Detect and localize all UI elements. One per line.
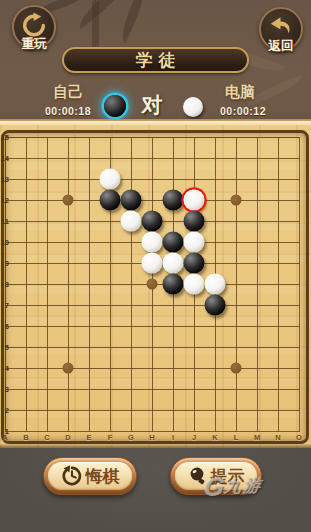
white-stone [100, 169, 121, 190]
star-point [63, 195, 74, 206]
level-title: 学徒 [130, 49, 182, 72]
watermark-glyph: G [202, 471, 227, 502]
undo-label: 悔棋 [86, 465, 120, 488]
back-icon [268, 14, 295, 41]
back-button[interactable]: 返回 [258, 6, 304, 52]
column-label: L [234, 433, 239, 442]
white-stone-last-move [184, 190, 205, 211]
undo-clock-icon [61, 465, 83, 487]
star-point [231, 195, 242, 206]
row-label: 1 [0, 427, 9, 436]
column-label: I [172, 433, 174, 442]
column-label: H [149, 433, 154, 442]
white-stone [142, 232, 163, 253]
row-label: 9 [0, 259, 9, 268]
column-label: C [44, 433, 49, 442]
column-label: F [108, 433, 113, 442]
row-label: 7 [0, 301, 9, 310]
undo-button-face: 悔棋 [48, 462, 132, 490]
row-label: 4 [0, 364, 9, 373]
replay-button[interactable]: 重玩 [11, 4, 57, 50]
gomoku-board[interactable]: ABCDEFGHIJKLMNO151413121110987654321 [0, 119, 311, 448]
white-stone [163, 253, 184, 274]
black-stone [163, 232, 184, 253]
footer: 悔棋 提示 [0, 448, 311, 532]
replay-icon [21, 12, 48, 39]
column-label: M [254, 433, 260, 442]
row-label: 15 [0, 133, 9, 142]
column-label: O [296, 433, 302, 442]
player-ai-timer: 00:00:12 [211, 105, 275, 117]
column-label: G [128, 433, 134, 442]
star-point [231, 363, 242, 374]
white-stone [184, 232, 205, 253]
level-banner: 学徒 [62, 47, 249, 73]
row-label: 6 [0, 322, 9, 331]
row-label: 12 [0, 196, 9, 205]
bamboo-leaf [114, 0, 153, 43]
player-self-timer: 00:00:18 [36, 105, 100, 117]
undo-button[interactable]: 悔棋 [43, 457, 137, 495]
row-label: 14 [0, 154, 9, 163]
board-stones-layer: ABCDEFGHIJKLMNO151413121110987654321 [0, 119, 311, 448]
row-label: 11 [0, 217, 9, 226]
watermark-logo: G九游 [202, 470, 265, 503]
player-self-name: 自己 [40, 83, 96, 102]
row-label: 2 [0, 406, 9, 415]
gomoku-app: 重玩 返回 学徒 自己 00:00:18 对 电脑 00:00:12 ABCDE… [0, 0, 311, 532]
header: 重玩 返回 学徒 自己 00:00:18 对 电脑 00:00:12 [0, 0, 311, 119]
replay-label: 重玩 [3, 36, 65, 53]
column-label: K [212, 433, 217, 442]
row-label: 10 [0, 238, 9, 247]
watermark-text: 九游 [223, 476, 264, 496]
black-stone [163, 274, 184, 295]
white-stone-indicator [183, 97, 203, 117]
black-stone [100, 190, 121, 211]
black-stone [163, 190, 184, 211]
star-point [147, 279, 158, 290]
black-stone [142, 211, 163, 232]
star-point [63, 363, 74, 374]
row-label: 13 [0, 175, 9, 184]
column-label: B [23, 433, 28, 442]
black-stone [205, 295, 226, 316]
white-stone [121, 211, 142, 232]
black-stone-indicator [104, 95, 126, 117]
white-stone [142, 253, 163, 274]
column-label: J [192, 433, 196, 442]
column-label: N [275, 433, 280, 442]
black-stone [184, 253, 205, 274]
black-stone [184, 211, 205, 232]
white-stone [184, 274, 205, 295]
row-label: 8 [0, 280, 9, 289]
back-label: 返回 [250, 38, 311, 55]
column-label: E [86, 433, 91, 442]
vs-label: 对 [137, 91, 167, 119]
row-label: 5 [0, 343, 9, 352]
row-label: 3 [0, 385, 9, 394]
white-stone [205, 274, 226, 295]
player-ai-name: 电脑 [212, 83, 268, 102]
black-stone [121, 190, 142, 211]
column-label: D [65, 433, 70, 442]
